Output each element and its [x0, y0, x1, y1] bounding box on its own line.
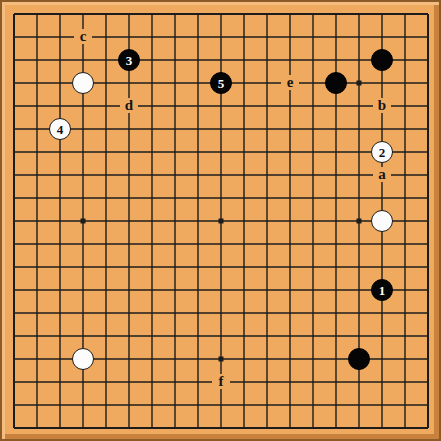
point-label-d: d	[120, 98, 138, 113]
move-number: 2	[379, 146, 386, 159]
point-label-c: c	[74, 29, 92, 44]
star-point	[357, 81, 362, 86]
move-number: 5	[218, 77, 225, 90]
stone-white-move-2: 2	[371, 141, 393, 163]
star-point	[219, 357, 224, 362]
point-label-f: f	[212, 374, 230, 389]
point-label-b: b	[373, 98, 391, 113]
stone-black	[371, 49, 393, 71]
stone-black-move-3: 3	[118, 49, 140, 71]
star-point	[219, 219, 224, 224]
stone-black	[348, 348, 370, 370]
point-label-e: e	[281, 75, 299, 90]
move-number: 1	[379, 284, 386, 297]
go-board: abcdef12345	[0, 0, 441, 441]
stone-white	[72, 72, 94, 94]
stone-black-move-5: 5	[210, 72, 232, 94]
move-number: 4	[57, 123, 64, 136]
star-point	[81, 219, 86, 224]
stone-white	[371, 210, 393, 232]
stone-white	[72, 348, 94, 370]
move-number: 3	[126, 54, 133, 67]
point-label-a: a	[373, 167, 391, 182]
go-diagram: abcdef12345	[0, 0, 441, 441]
stone-black-move-1: 1	[371, 279, 393, 301]
star-point	[357, 219, 362, 224]
stone-black	[325, 72, 347, 94]
stone-white-move-4: 4	[49, 118, 71, 140]
